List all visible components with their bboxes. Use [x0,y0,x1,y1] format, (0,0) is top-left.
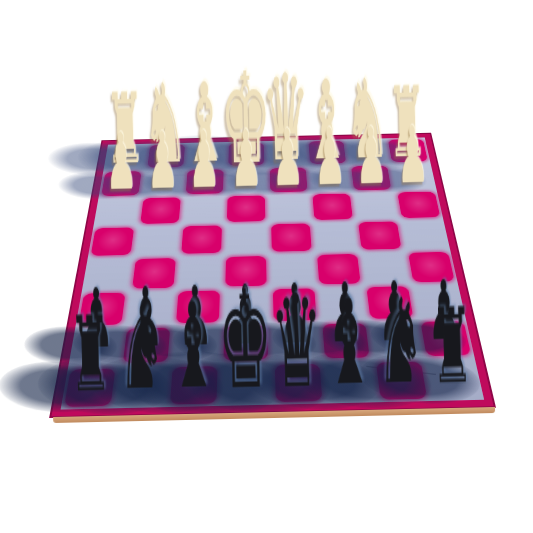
square-f3[interactable] [181,195,226,225]
painted-dark-square [397,192,440,218]
photo-scene: ♜♞♝♚♛♝♞♜♟♟♟♟♟♟♟♟♟♟♟♟♟♟♟♟♜♞♝♚♛♝♞♜ [0,0,533,533]
square-e3[interactable] [225,194,269,224]
square-b4[interactable] [356,220,405,252]
painted-dark-square [140,197,181,223]
square-e4[interactable] [224,223,269,255]
square-c4[interactable] [312,221,360,253]
painted-dark-square [227,195,265,221]
square-h3[interactable] [93,197,140,227]
square-d4[interactable] [268,222,314,254]
square-a4[interactable] [399,219,450,251]
painted-dark-square [359,222,402,250]
square-f4[interactable] [178,224,224,256]
chess-board: ♜♞♝♚♛♝♞♜♟♟♟♟♟♟♟♟♟♟♟♟♟♟♟♟♜♞♝♚♛♝♞♜ [49,133,496,418]
square-a8[interactable]: ♜ [424,358,484,401]
square-a3[interactable] [394,190,443,220]
perspective-camera: ♜♞♝♚♛♝♞♜♟♟♟♟♟♟♟♟♟♟♟♟♟♟♟♟♜♞♝♚♛♝♞♜ [39,0,496,418]
board-tilt-wrapper: ♜♞♝♚♛♝♞♜♟♟♟♟♟♟♟♟♟♟♟♟♟♟♟♟♜♞♝♚♛♝♞♜ [39,0,496,418]
painted-dark-square [312,194,352,220]
square-a2[interactable]: ♟ [390,163,437,191]
painted-dark-square [91,228,134,256]
square-g4[interactable] [133,225,181,257]
square-h4[interactable] [88,226,137,258]
board-squares-grid: ♜♞♝♚♛♝♞♜♟♟♟♟♟♟♟♟♟♟♟♟♟♟♟♟♜♞♝♚♛♝♞♜ [61,138,485,410]
square-g3[interactable] [137,196,183,226]
square-c3[interactable] [310,192,356,222]
painted-dark-square [271,224,312,252]
painted-dark-square [181,226,222,254]
square-d3[interactable] [268,193,312,223]
square-b3[interactable] [352,191,399,221]
